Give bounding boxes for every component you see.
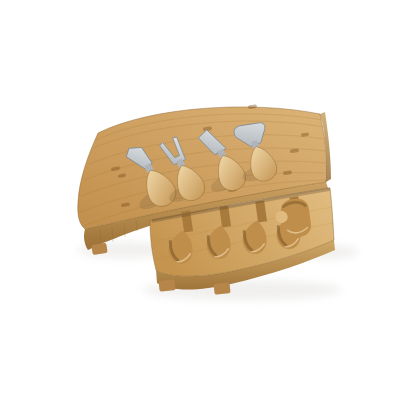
drawer-foot: [159, 279, 176, 292]
product-photo-stage: [0, 0, 400, 400]
drawer-foot: [214, 282, 231, 295]
cheese-board-set-illustration: [0, 0, 400, 400]
